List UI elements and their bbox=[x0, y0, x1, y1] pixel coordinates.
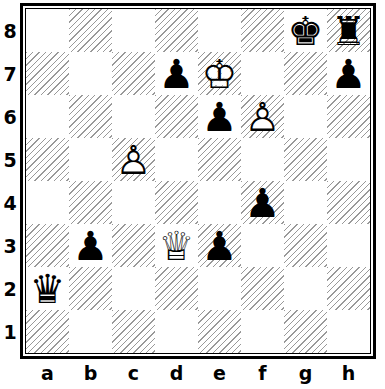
white-queen-outline-layer: ♕ bbox=[155, 224, 198, 267]
square-g3[interactable] bbox=[284, 224, 327, 267]
square-f5[interactable] bbox=[241, 138, 284, 181]
piece-black-rook[interactable]: ♜ bbox=[327, 9, 370, 52]
square-f1[interactable] bbox=[241, 310, 284, 353]
square-g4[interactable] bbox=[284, 181, 327, 224]
square-h5[interactable] bbox=[327, 138, 370, 181]
file-label-e: e bbox=[198, 359, 241, 387]
board-frame: ♚♜♟♚♔♟♟♟♙♟♙♟♟♛♕♟♛ bbox=[20, 3, 376, 359]
square-g7[interactable] bbox=[284, 52, 327, 95]
file-label-a: a bbox=[26, 359, 69, 387]
piece-white-queen[interactable]: ♛♕ bbox=[155, 224, 198, 267]
rank-label-3: 3 bbox=[0, 224, 20, 267]
square-a1[interactable] bbox=[26, 310, 69, 353]
square-a3[interactable] bbox=[26, 224, 69, 267]
rank-label-7: 7 bbox=[0, 52, 20, 95]
square-d1[interactable] bbox=[155, 310, 198, 353]
square-f4[interactable]: ♟ bbox=[241, 181, 284, 224]
piece-black-king[interactable]: ♚ bbox=[284, 9, 327, 52]
square-h4[interactable] bbox=[327, 181, 370, 224]
square-a6[interactable] bbox=[26, 95, 69, 138]
square-f7[interactable] bbox=[241, 52, 284, 95]
square-c4[interactable] bbox=[112, 181, 155, 224]
square-h7[interactable]: ♟ bbox=[327, 52, 370, 95]
square-c8[interactable] bbox=[112, 9, 155, 52]
piece-white-pawn[interactable]: ♟♙ bbox=[241, 95, 284, 138]
square-f3[interactable] bbox=[241, 224, 284, 267]
rank-label-4: 4 bbox=[0, 181, 20, 224]
file-label-h: h bbox=[327, 359, 370, 387]
square-b3[interactable]: ♟ bbox=[69, 224, 112, 267]
square-c2[interactable] bbox=[112, 267, 155, 310]
square-c3[interactable] bbox=[112, 224, 155, 267]
rank-label-1: 1 bbox=[0, 310, 20, 353]
square-a5[interactable] bbox=[26, 138, 69, 181]
piece-black-queen[interactable]: ♛ bbox=[26, 267, 69, 310]
file-labels: abcdefgh bbox=[26, 359, 370, 387]
piece-white-king[interactable]: ♚♔ bbox=[198, 52, 241, 95]
square-b2[interactable] bbox=[69, 267, 112, 310]
piece-white-pawn[interactable]: ♟♙ bbox=[112, 138, 155, 181]
rank-label-6: 6 bbox=[0, 95, 20, 138]
rank-label-2: 2 bbox=[0, 267, 20, 310]
square-d8[interactable] bbox=[155, 9, 198, 52]
piece-black-pawn[interactable]: ♟ bbox=[69, 224, 112, 267]
square-d3[interactable]: ♛♕ bbox=[155, 224, 198, 267]
square-a7[interactable] bbox=[26, 52, 69, 95]
square-g8[interactable]: ♚ bbox=[284, 9, 327, 52]
rank-label-5: 5 bbox=[0, 138, 20, 181]
white-pawn-outline-layer: ♙ bbox=[241, 95, 284, 138]
square-c1[interactable] bbox=[112, 310, 155, 353]
square-g6[interactable] bbox=[284, 95, 327, 138]
square-e6[interactable]: ♟ bbox=[198, 95, 241, 138]
file-label-d: d bbox=[155, 359, 198, 387]
chess-board: ♚♜♟♚♔♟♟♟♙♟♙♟♟♛♕♟♛ bbox=[26, 9, 370, 353]
square-e8[interactable] bbox=[198, 9, 241, 52]
white-king-outline-layer: ♔ bbox=[198, 52, 241, 95]
square-d6[interactable] bbox=[155, 95, 198, 138]
square-h6[interactable] bbox=[327, 95, 370, 138]
piece-black-pawn[interactable]: ♟ bbox=[327, 52, 370, 95]
square-a8[interactable] bbox=[26, 9, 69, 52]
square-e5[interactable] bbox=[198, 138, 241, 181]
square-d2[interactable] bbox=[155, 267, 198, 310]
square-e4[interactable] bbox=[198, 181, 241, 224]
square-a2[interactable]: ♛ bbox=[26, 267, 69, 310]
square-b6[interactable] bbox=[69, 95, 112, 138]
square-d4[interactable] bbox=[155, 181, 198, 224]
white-pawn-outline-layer: ♙ bbox=[112, 138, 155, 181]
square-h3[interactable] bbox=[327, 224, 370, 267]
square-e2[interactable] bbox=[198, 267, 241, 310]
file-label-f: f bbox=[241, 359, 284, 387]
square-e1[interactable] bbox=[198, 310, 241, 353]
board-inner-border: ♚♜♟♚♔♟♟♟♙♟♙♟♟♛♕♟♛ bbox=[25, 8, 371, 354]
square-f8[interactable] bbox=[241, 9, 284, 52]
square-e3[interactable]: ♟ bbox=[198, 224, 241, 267]
rank-label-8: 8 bbox=[0, 9, 20, 52]
square-f6[interactable]: ♟♙ bbox=[241, 95, 284, 138]
piece-black-pawn[interactable]: ♟ bbox=[241, 181, 284, 224]
square-c6[interactable] bbox=[112, 95, 155, 138]
square-h1[interactable] bbox=[327, 310, 370, 353]
square-b8[interactable] bbox=[69, 9, 112, 52]
file-label-b: b bbox=[69, 359, 112, 387]
piece-black-pawn[interactable]: ♟ bbox=[198, 95, 241, 138]
square-c5[interactable]: ♟♙ bbox=[112, 138, 155, 181]
square-c7[interactable] bbox=[112, 52, 155, 95]
square-d5[interactable] bbox=[155, 138, 198, 181]
piece-black-pawn[interactable]: ♟ bbox=[198, 224, 241, 267]
rank-labels: 87654321 bbox=[0, 9, 20, 353]
square-g1[interactable] bbox=[284, 310, 327, 353]
chess-diagram: 87654321 ♚♜♟♚♔♟♟♟♙♟♙♟♟♛♕♟♛ abcdefgh bbox=[0, 0, 385, 389]
file-label-c: c bbox=[112, 359, 155, 387]
square-b5[interactable] bbox=[69, 138, 112, 181]
square-h2[interactable] bbox=[327, 267, 370, 310]
square-a4[interactable] bbox=[26, 181, 69, 224]
square-g5[interactable] bbox=[284, 138, 327, 181]
square-d7[interactable]: ♟ bbox=[155, 52, 198, 95]
square-b7[interactable] bbox=[69, 52, 112, 95]
file-label-g: g bbox=[284, 359, 327, 387]
square-h8[interactable]: ♜ bbox=[327, 9, 370, 52]
square-e7[interactable]: ♚♔ bbox=[198, 52, 241, 95]
square-f2[interactable] bbox=[241, 267, 284, 310]
square-b1[interactable] bbox=[69, 310, 112, 353]
square-g2[interactable] bbox=[284, 267, 327, 310]
square-b4[interactable] bbox=[69, 181, 112, 224]
piece-black-pawn[interactable]: ♟ bbox=[155, 52, 198, 95]
